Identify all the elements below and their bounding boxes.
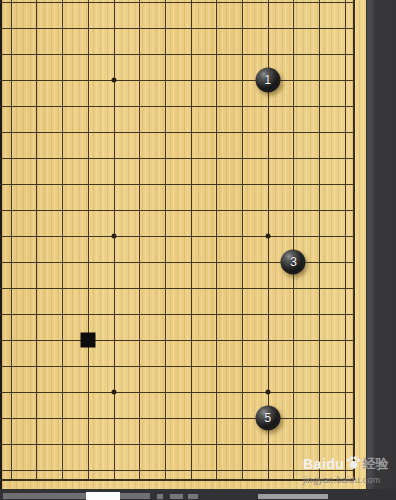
star-point — [111, 234, 116, 239]
grid-line-horizontal — [0, 340, 354, 341]
grid-line-vertical — [216, 0, 217, 480]
star-point — [111, 78, 116, 83]
stone-move-number: 3 — [290, 256, 297, 269]
black-stone-move-3[interactable]: 3 — [281, 250, 306, 275]
black-stone-move-5[interactable]: 5 — [255, 406, 280, 431]
grid-line-vertical — [139, 0, 140, 480]
grid-line-vertical — [319, 0, 320, 480]
grid-line-vertical — [293, 0, 294, 480]
grid-line-horizontal — [0, 54, 354, 55]
grid-line-horizontal — [0, 418, 354, 419]
statusbar-segment — [157, 494, 163, 499]
grid-line-horizontal — [0, 210, 354, 211]
grid-line-horizontal — [0, 158, 354, 159]
star-point — [111, 390, 116, 395]
grid-line-vertical — [242, 0, 243, 480]
grid-line-vertical — [114, 0, 115, 480]
grid-line-horizontal — [0, 132, 354, 133]
grid-line-horizontal — [0, 2, 354, 3]
board-bottom-border — [0, 479, 354, 481]
star-point — [265, 234, 270, 239]
grid-line-vertical — [165, 0, 166, 480]
grid-line-horizontal — [0, 288, 354, 289]
grid-line-horizontal — [0, 392, 354, 393]
grid-line-horizontal — [0, 80, 354, 81]
grid-line-vertical — [88, 0, 89, 480]
grid-line-horizontal — [0, 106, 354, 107]
go-app-window: 135 Baidu 经验 jingyan.baidu.com — [0, 0, 396, 500]
grid-line-horizontal — [0, 236, 354, 237]
black-stone-move-1[interactable]: 1 — [255, 68, 280, 93]
grid-line-horizontal — [0, 444, 354, 445]
go-board[interactable] — [2, 0, 366, 489]
grid-line-vertical — [345, 0, 346, 480]
grid-line-vertical — [36, 0, 37, 480]
statusbar-segment — [188, 494, 198, 499]
grid-line-vertical — [191, 0, 192, 480]
grid-line-horizontal — [0, 470, 354, 471]
square-marker — [80, 333, 95, 348]
grid-line-horizontal — [0, 184, 354, 185]
grid-line-horizontal — [0, 366, 354, 367]
statusbar-segment — [258, 494, 328, 499]
h-scrollbar-thumb[interactable] — [86, 492, 120, 500]
stone-move-number: 1 — [264, 74, 271, 87]
board-right-border — [353, 0, 355, 480]
star-point — [265, 390, 270, 395]
app-right-panel — [366, 0, 396, 500]
grid-line-vertical — [11, 0, 12, 480]
grid-line-horizontal — [0, 314, 354, 315]
grid-line-horizontal — [0, 28, 354, 29]
statusbar-segment — [170, 494, 183, 499]
stone-move-number: 5 — [264, 412, 271, 425]
h-scrollbar-track[interactable] — [3, 493, 150, 499]
grid-line-vertical — [62, 0, 63, 480]
